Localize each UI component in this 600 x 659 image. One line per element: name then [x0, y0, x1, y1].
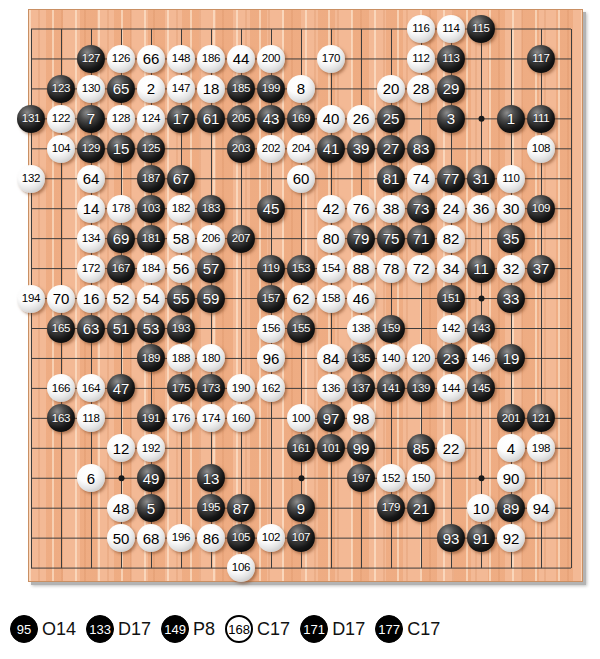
move-number: 200 — [262, 53, 280, 65]
move-number: 9 — [297, 501, 305, 516]
stone-O3: 21 — [407, 494, 435, 522]
move-number: 57 — [203, 261, 220, 276]
stone-B15: 104 — [47, 135, 75, 163]
move-number: 179 — [382, 502, 400, 514]
move-number: 47 — [113, 381, 130, 396]
stone-S18: 117 — [527, 45, 555, 73]
move-number: 67 — [173, 171, 190, 186]
annotation-coordinate: C17 — [257, 619, 290, 640]
stone-K11: 153 — [287, 255, 315, 283]
annotation-stone: 149 — [161, 615, 189, 643]
move-number: 195 — [202, 502, 220, 514]
move-number: 201 — [502, 413, 520, 425]
move-number: 2 — [147, 81, 155, 96]
move-number: 143 — [472, 323, 490, 335]
move-number: 193 — [172, 323, 190, 335]
move-number: 96 — [263, 351, 280, 366]
annotation-item: 95O14 — [10, 615, 76, 643]
move-number: 114 — [442, 23, 459, 35]
move-number: 87 — [233, 501, 250, 516]
move-number: 61 — [203, 111, 220, 126]
move-number: 62 — [293, 291, 310, 306]
move-number: 163 — [52, 413, 70, 425]
move-number: 152 — [382, 473, 400, 485]
move-number: 156 — [262, 323, 280, 335]
move-number: 115 — [472, 23, 489, 35]
move-number: 15 — [113, 141, 130, 156]
move-number: 116 — [412, 23, 429, 35]
move-number: 78 — [383, 261, 400, 276]
move-number: 153 — [292, 263, 310, 275]
move-number: 76 — [353, 201, 370, 216]
move-number: 92 — [503, 531, 520, 546]
stone-R11: 32 — [497, 255, 525, 283]
stone-C12: 134 — [77, 225, 105, 253]
move-number: 167 — [112, 263, 130, 275]
move-number: 129 — [82, 143, 100, 155]
stone-S16: 111 — [527, 105, 555, 133]
annotation-coordinate: D17 — [332, 619, 365, 640]
move-number: 191 — [142, 413, 160, 425]
stone-J15: 202 — [257, 135, 285, 163]
move-number: 97 — [323, 411, 340, 426]
move-number: 144 — [442, 383, 460, 395]
stone-J16: 43 — [257, 105, 285, 133]
move-number: 118 — [82, 413, 99, 425]
stone-C16: 7 — [77, 105, 105, 133]
stone-O17: 28 — [407, 75, 435, 103]
move-number: 135 — [352, 353, 370, 365]
move-number: 103 — [142, 203, 160, 215]
move-number: 55 — [173, 291, 190, 306]
move-number: 101 — [322, 443, 340, 455]
stone-M13: 76 — [347, 195, 375, 223]
move-number: 75 — [383, 231, 400, 246]
stone-D2: 50 — [107, 524, 135, 552]
move-number: 120 — [412, 353, 430, 365]
stone-H15: 203 — [227, 135, 255, 163]
move-number: 197 — [352, 473, 370, 485]
stone-N15: 27 — [377, 135, 405, 163]
move-number: 110 — [502, 173, 519, 185]
stone-L10: 158 — [317, 285, 345, 313]
move-number: 176 — [172, 413, 190, 425]
move-number: 94 — [533, 501, 550, 516]
move-number: 172 — [82, 263, 100, 275]
move-number: 60 — [293, 171, 310, 186]
stone-K3: 9 — [287, 494, 315, 522]
stone-P16: 3 — [437, 105, 465, 133]
move-number: 93 — [443, 531, 460, 546]
move-number: 109 — [532, 203, 550, 215]
stone-N9: 159 — [377, 315, 405, 343]
annotation-coordinate: O14 — [42, 619, 76, 640]
stone-H1: 106 — [227, 554, 255, 582]
move-number: 42 — [323, 201, 340, 216]
hoshi-point — [119, 475, 125, 481]
move-number: 122 — [52, 113, 70, 125]
hoshi-point — [299, 475, 305, 481]
move-number: 108 — [532, 143, 550, 155]
stone-E10: 54 — [137, 285, 165, 313]
stone-D15: 15 — [107, 135, 135, 163]
move-number: 139 — [412, 383, 430, 395]
move-number: 151 — [442, 293, 460, 305]
stone-M15: 39 — [347, 135, 375, 163]
stone-H12: 207 — [227, 225, 255, 253]
stone-N11: 78 — [377, 255, 405, 283]
move-number: 19 — [503, 351, 520, 366]
stone-O15: 83 — [407, 135, 435, 163]
move-number: 13 — [203, 471, 220, 486]
go-game-diagram: 1161141151271266614818644200170112113117… — [0, 0, 600, 659]
stone-C10: 16 — [77, 285, 105, 313]
stone-A10: 194 — [17, 285, 45, 313]
move-number: 123 — [52, 83, 70, 95]
move-number: 72 — [413, 261, 430, 276]
move-number: 54 — [143, 291, 160, 306]
stone-G12: 206 — [197, 225, 225, 253]
move-number: 4 — [507, 441, 515, 456]
stone-M16: 26 — [347, 105, 375, 133]
stone-S13: 109 — [527, 195, 555, 223]
stone-S3: 94 — [527, 494, 555, 522]
move-number: 8 — [297, 81, 305, 96]
stone-K10: 62 — [287, 285, 315, 313]
stone-P13: 24 — [437, 195, 465, 223]
move-number: 3 — [447, 111, 455, 126]
stone-R10: 33 — [497, 285, 525, 313]
move-number: 196 — [172, 532, 190, 544]
move-number: 82 — [443, 231, 460, 246]
move-number: 180 — [202, 353, 220, 365]
move-number: 169 — [292, 113, 310, 125]
stone-B16: 122 — [47, 105, 75, 133]
stone-S11: 37 — [527, 255, 555, 283]
stone-O11: 72 — [407, 255, 435, 283]
stone-D18: 126 — [107, 45, 135, 73]
stone-F2: 196 — [167, 524, 195, 552]
move-number: 58 — [173, 231, 190, 246]
move-number: 27 — [383, 141, 400, 156]
move-number: 74 — [413, 171, 430, 186]
move-number: 178 — [112, 203, 130, 215]
stone-E18: 66 — [137, 45, 165, 73]
move-number: 52 — [113, 291, 130, 306]
stone-C13: 14 — [77, 195, 105, 223]
move-number: 161 — [292, 443, 310, 455]
move-number: 205 — [232, 113, 250, 125]
annotation-item: 171D17 — [300, 615, 365, 643]
annotation-stone: 133 — [86, 615, 114, 643]
annotation-coordinate: P8 — [193, 619, 215, 640]
move-number: 34 — [443, 261, 460, 276]
move-number: 17 — [173, 111, 190, 126]
move-number: 104 — [52, 143, 70, 155]
move-number: 68 — [143, 531, 160, 546]
stone-O12: 71 — [407, 225, 435, 253]
move-number: 24 — [443, 201, 460, 216]
move-number: 38 — [383, 201, 400, 216]
move-number: 49 — [143, 471, 160, 486]
stone-G10: 59 — [197, 285, 225, 313]
stone-O14: 74 — [407, 165, 435, 193]
move-number: 142 — [442, 323, 460, 335]
stone-D13: 178 — [107, 195, 135, 223]
move-number: 198 — [532, 443, 550, 455]
stone-P14: 77 — [437, 165, 465, 193]
move-number: 66 — [143, 51, 160, 66]
stone-F11: 56 — [167, 255, 195, 283]
move-number: 44 — [233, 51, 250, 66]
move-number: 113 — [442, 53, 459, 65]
move-number: 155 — [292, 323, 310, 335]
stone-P11: 34 — [437, 255, 465, 283]
stone-B9: 165 — [47, 315, 75, 343]
stone-E2: 68 — [137, 524, 165, 552]
move-number: 18 — [203, 81, 220, 96]
move-number: 138 — [352, 323, 370, 335]
move-number: 187 — [142, 173, 160, 185]
stone-Q3: 10 — [467, 494, 495, 522]
move-number: 63 — [83, 321, 100, 336]
move-number: 128 — [112, 113, 130, 125]
stone-O19: 116 — [407, 15, 435, 43]
move-number: 147 — [172, 83, 190, 95]
stone-K2: 107 — [287, 524, 315, 552]
stone-N17: 20 — [377, 75, 405, 103]
move-number: 132 — [22, 173, 40, 185]
move-number: 125 — [142, 143, 160, 155]
move-number: 159 — [382, 323, 400, 335]
move-number: 165 — [52, 323, 70, 335]
move-number: 185 — [232, 83, 250, 95]
move-number: 83 — [413, 141, 430, 156]
move-number: 102 — [262, 532, 280, 544]
annotation-stone: 95 — [10, 615, 38, 643]
annotation-coordinate: C17 — [407, 619, 440, 640]
move-number: 126 — [112, 53, 130, 65]
stone-R2: 92 — [497, 524, 525, 552]
move-number: 65 — [113, 81, 130, 96]
go-board[interactable]: 1161141151271266614818644200170112113117… — [28, 9, 583, 582]
stone-E3: 5 — [137, 494, 165, 522]
stone-H2: 105 — [227, 524, 255, 552]
move-number: 10 — [473, 501, 490, 516]
move-number: 131 — [22, 113, 40, 125]
move-number: 35 — [503, 231, 520, 246]
move-number: 158 — [322, 293, 340, 305]
move-number: 166 — [52, 383, 70, 395]
move-number: 41 — [323, 141, 340, 156]
move-number: 121 — [532, 413, 550, 425]
move-number: 160 — [232, 413, 250, 425]
stone-F12: 58 — [167, 225, 195, 253]
move-number: 105 — [232, 532, 250, 544]
move-number: 37 — [533, 261, 550, 276]
stone-B17: 123 — [47, 75, 75, 103]
move-number: 45 — [263, 201, 280, 216]
move-number: 164 — [82, 383, 100, 395]
move-number: 70 — [53, 291, 70, 306]
move-number: 21 — [413, 501, 430, 516]
stone-M12: 79 — [347, 225, 375, 253]
move-number: 175 — [172, 383, 190, 395]
move-number: 71 — [413, 231, 430, 246]
move-number: 28 — [413, 81, 430, 96]
stone-M9: 138 — [347, 315, 375, 343]
stone-F13: 182 — [167, 195, 195, 223]
move-number: 117 — [532, 53, 549, 65]
stone-H17: 185 — [227, 75, 255, 103]
move-number: 39 — [353, 141, 370, 156]
move-number: 88 — [353, 261, 370, 276]
stone-J13: 45 — [257, 195, 285, 223]
annotation-item: 177C17 — [375, 615, 440, 643]
stone-S15: 108 — [527, 135, 555, 163]
move-number: 99 — [353, 441, 370, 456]
stone-A16: 131 — [17, 105, 45, 133]
stone-G18: 186 — [197, 45, 225, 73]
move-number: 170 — [322, 53, 340, 65]
annotation-stone: 177 — [375, 615, 403, 643]
move-number: 23 — [443, 351, 460, 366]
stone-G17: 18 — [197, 75, 225, 103]
stone-D16: 128 — [107, 105, 135, 133]
stone-G11: 57 — [197, 255, 225, 283]
move-number: 7 — [87, 111, 95, 126]
move-number: 86 — [203, 531, 220, 546]
hoshi-point — [479, 296, 485, 302]
move-number: 59 — [203, 291, 220, 306]
stone-J9: 156 — [257, 315, 285, 343]
move-number: 73 — [413, 201, 430, 216]
move-number: 6 — [87, 471, 95, 486]
move-number: 136 — [322, 383, 340, 395]
move-number: 146 — [472, 353, 490, 365]
move-number: 90 — [503, 471, 520, 486]
stone-N3: 179 — [377, 494, 405, 522]
stone-F18: 148 — [167, 45, 195, 73]
hoshi-point — [479, 116, 485, 122]
stone-O18: 112 — [407, 45, 435, 73]
move-number: 183 — [202, 203, 220, 215]
move-number: 25 — [383, 111, 400, 126]
move-number: 141 — [382, 383, 400, 395]
stone-P10: 151 — [437, 285, 465, 313]
move-number: 206 — [202, 233, 220, 245]
stone-G16: 61 — [197, 105, 225, 133]
move-number: 77 — [443, 171, 460, 186]
move-number: 207 — [232, 233, 250, 245]
move-number: 148 — [172, 53, 190, 65]
move-number: 1 — [507, 111, 515, 126]
stone-L12: 80 — [317, 225, 345, 253]
stone-Q13: 36 — [467, 195, 495, 223]
move-number: 29 — [443, 81, 460, 96]
move-number: 107 — [292, 532, 310, 544]
stone-C15: 129 — [77, 135, 105, 163]
stone-L15: 41 — [317, 135, 345, 163]
stone-J17: 199 — [257, 75, 285, 103]
stone-F9: 193 — [167, 315, 195, 343]
hoshi-point — [479, 475, 485, 481]
stone-Q19: 115 — [467, 15, 495, 43]
stone-P17: 29 — [437, 75, 465, 103]
stone-J2: 102 — [257, 524, 285, 552]
move-number: 124 — [142, 113, 160, 125]
move-annotations: 95O14133D17149P8168C17171D17177C17 — [10, 613, 590, 645]
stone-J11: 119 — [257, 255, 285, 283]
stone-Q14: 31 — [467, 165, 495, 193]
stone-M11: 88 — [347, 255, 375, 283]
move-number: 203 — [232, 143, 250, 155]
stone-K15: 204 — [287, 135, 315, 163]
stone-C18: 127 — [77, 45, 105, 73]
move-number: 162 — [262, 383, 280, 395]
stone-D3: 48 — [107, 494, 135, 522]
stone-K17: 8 — [287, 75, 315, 103]
stone-N13: 38 — [377, 195, 405, 223]
stone-C11: 172 — [77, 255, 105, 283]
move-number: 204 — [292, 143, 310, 155]
move-number: 145 — [472, 383, 490, 395]
stone-R3: 89 — [497, 494, 525, 522]
move-number: 150 — [412, 473, 430, 485]
stone-J10: 157 — [257, 285, 285, 313]
annotation-coordinate: D17 — [118, 619, 151, 640]
stone-E13: 103 — [137, 195, 165, 223]
stone-G13: 183 — [197, 195, 225, 223]
stone-C17: 130 — [77, 75, 105, 103]
move-number: 79 — [353, 231, 370, 246]
stone-Q9: 143 — [467, 315, 495, 343]
move-number: 157 — [262, 293, 280, 305]
stone-C14: 64 — [77, 165, 105, 193]
stone-M10: 46 — [347, 285, 375, 313]
move-number: 12 — [113, 441, 130, 456]
stone-A14: 132 — [17, 165, 45, 193]
stone-E12: 181 — [137, 225, 165, 253]
move-number: 181 — [142, 233, 160, 245]
stone-R16: 1 — [497, 105, 525, 133]
stone-N12: 75 — [377, 225, 405, 253]
move-number: 134 — [82, 233, 100, 245]
move-number: 46 — [353, 291, 370, 306]
stone-D11: 167 — [107, 255, 135, 283]
move-number: 89 — [503, 501, 520, 516]
move-number: 100 — [292, 413, 310, 425]
move-number: 98 — [353, 411, 370, 426]
move-number: 91 — [473, 531, 490, 546]
stone-J18: 200 — [257, 45, 285, 73]
move-number: 140 — [382, 353, 400, 365]
move-number: 36 — [473, 201, 490, 216]
move-number: 174 — [202, 413, 220, 425]
stone-L16: 40 — [317, 105, 345, 133]
move-number: 11 — [473, 261, 489, 276]
move-number: 81 — [383, 171, 400, 186]
stone-H18: 44 — [227, 45, 255, 73]
stone-D10: 52 — [107, 285, 135, 313]
stone-G3: 195 — [197, 494, 225, 522]
move-number: 84 — [323, 351, 340, 366]
stone-H16: 205 — [227, 105, 255, 133]
stone-R14: 110 — [497, 165, 525, 193]
annotation-item: 133D17 — [86, 615, 151, 643]
stone-H3: 87 — [227, 494, 255, 522]
stone-K14: 60 — [287, 165, 315, 193]
